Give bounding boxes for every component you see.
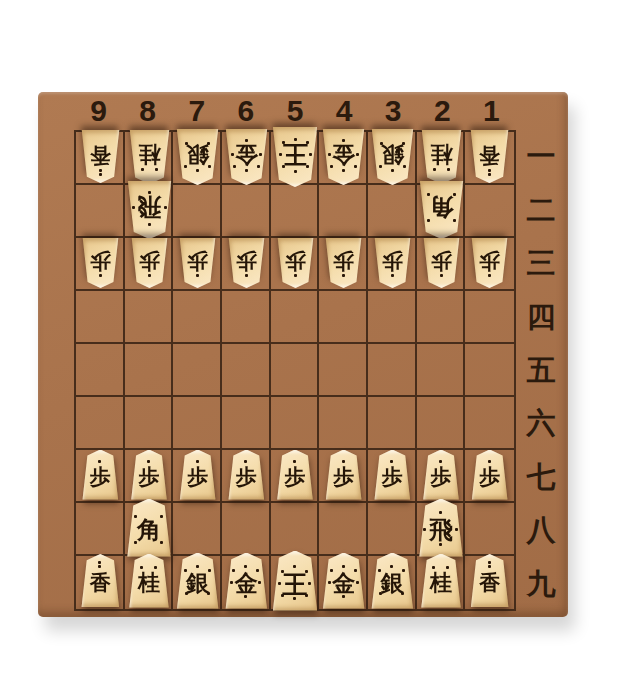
board-cell[interactable] [222, 344, 271, 397]
piece-kanji: 歩 [423, 467, 460, 488]
piece-body: 飛 [419, 499, 464, 557]
board-cell[interactable] [222, 397, 271, 450]
board-cell[interactable] [173, 291, 222, 344]
shogi-piece[interactable]: 飛 [419, 499, 464, 557]
board-cell[interactable] [465, 397, 514, 450]
shogi-piece[interactable]: 桂 [421, 554, 462, 608]
rank-label: 三 [516, 237, 566, 290]
piece-kanji: 歩 [131, 467, 168, 488]
board-cell[interactable] [465, 185, 514, 238]
board-cell[interactable] [125, 397, 174, 450]
piece-body: 香 [81, 130, 120, 183]
shogi-board-panel: 987654321 一二三四五六七八九 香桂銀金王金銀桂香飛角歩歩歩歩歩歩歩歩歩… [38, 92, 568, 617]
piece-kanji: 歩 [325, 250, 362, 271]
piece-body: 王 [272, 551, 318, 611]
rank-label: 七 [516, 451, 566, 504]
piece-kanji: 金 [322, 572, 365, 595]
shogi-piece[interactable]: 歩 [228, 238, 265, 288]
piece-kanji: 歩 [325, 467, 362, 488]
board-cell[interactable] [368, 291, 417, 344]
piece-kanji: 歩 [423, 250, 460, 271]
piece-body: 桂 [129, 554, 170, 608]
rank-label: 四 [516, 290, 566, 343]
shogi-piece[interactable]: 香 [81, 554, 120, 607]
shogi-piece[interactable]: 王 [272, 551, 318, 611]
shogi-piece[interactable]: 歩 [423, 450, 460, 500]
shogi-piece[interactable]: 王 [272, 127, 318, 187]
board-cell[interactable] [76, 344, 125, 397]
piece-kanji: 歩 [82, 467, 119, 488]
piece-kanji: 歩 [228, 250, 265, 271]
board-cell[interactable] [368, 397, 417, 450]
board-cell[interactable] [125, 291, 174, 344]
board-cell[interactable] [76, 503, 125, 556]
shogi-piece[interactable]: 金 [225, 553, 268, 609]
shogi-piece[interactable]: 歩 [82, 450, 119, 500]
board-cell[interactable] [319, 291, 368, 344]
shogi-piece[interactable]: 香 [470, 130, 509, 183]
piece-body: 歩 [471, 238, 508, 288]
board-cell[interactable] [319, 397, 368, 450]
piece-kanji: 香 [470, 573, 509, 594]
rank-label: 一 [516, 130, 566, 183]
piece-body: 歩 [325, 238, 362, 288]
piece-kanji: 歩 [374, 467, 411, 488]
shogi-piece[interactable]: 歩 [471, 238, 508, 288]
piece-body: 歩 [179, 238, 216, 288]
piece-body: 香 [81, 554, 120, 607]
shogi-piece[interactable]: 銀 [176, 129, 219, 185]
piece-body: 歩 [82, 450, 119, 500]
shogi-piece[interactable]: 金 [225, 129, 268, 185]
piece-kanji: 銀 [176, 572, 219, 595]
shogi-piece[interactable]: 歩 [471, 450, 508, 500]
board-cell[interactable] [319, 185, 368, 238]
piece-body: 歩 [179, 450, 216, 500]
piece-body: 歩 [423, 450, 460, 500]
piece-kanji: 飛 [127, 195, 172, 219]
piece-body: 桂 [421, 554, 462, 608]
piece-kanji: 歩 [228, 467, 265, 488]
piece-kanji: 金 [322, 142, 365, 165]
piece-kanji: 銀 [371, 572, 414, 595]
piece-kanji: 歩 [82, 250, 119, 271]
piece-body: 歩 [228, 450, 265, 500]
piece-kanji: 王 [272, 141, 318, 166]
piece-body: 角 [127, 499, 172, 557]
rank-label: 九 [516, 558, 566, 611]
board-cell[interactable] [173, 185, 222, 238]
board-cell[interactable] [417, 344, 466, 397]
piece-kanji: 歩 [131, 250, 168, 271]
file-labels: 987654321 [74, 93, 516, 129]
piece-body: 歩 [471, 450, 508, 500]
piece-kanji: 歩 [179, 467, 216, 488]
board-cell[interactable] [417, 397, 466, 450]
board-cell[interactable] [222, 185, 271, 238]
piece-kanji: 銀 [371, 142, 414, 165]
piece-kanji: 歩 [277, 250, 314, 271]
board-cell[interactable] [368, 503, 417, 556]
board-cell[interactable] [173, 397, 222, 450]
board-cell[interactable] [222, 291, 271, 344]
piece-body: 歩 [325, 450, 362, 500]
shogi-piece[interactable]: 桂 [129, 554, 170, 608]
rank-label: 六 [516, 397, 566, 450]
board-cell[interactable] [76, 185, 125, 238]
shogi-piece[interactable]: 香 [81, 130, 120, 183]
file-label: 8 [123, 93, 172, 129]
piece-kanji: 香 [470, 143, 509, 164]
board-cell[interactable] [222, 503, 271, 556]
shogi-piece[interactable]: 金 [322, 129, 365, 185]
piece-kanji: 王 [272, 571, 318, 596]
board-cell[interactable] [465, 503, 514, 556]
board-cell[interactable] [173, 344, 222, 397]
piece-kanji: 金 [225, 572, 268, 595]
board-cell[interactable] [465, 291, 514, 344]
piece-body: 歩 [374, 238, 411, 288]
board-cell[interactable] [271, 185, 320, 238]
shogi-piece[interactable]: 歩 [277, 450, 314, 500]
piece-kanji: 桂 [129, 572, 170, 594]
piece-body: 歩 [374, 450, 411, 500]
shogi-piece[interactable]: 銀 [371, 553, 414, 609]
piece-body: 歩 [228, 238, 265, 288]
piece-body: 香 [470, 130, 509, 183]
shogi-piece[interactable]: 歩 [228, 450, 265, 500]
board-cell[interactable] [76, 291, 125, 344]
piece-kanji: 桂 [421, 143, 462, 165]
piece-body: 銀 [176, 129, 219, 185]
shogi-piece[interactable]: 歩 [179, 450, 216, 500]
piece-body: 香 [470, 554, 509, 607]
shogi-piece[interactable]: 銀 [176, 553, 219, 609]
piece-kanji: 歩 [374, 250, 411, 271]
piece-kanji: 銀 [176, 142, 219, 165]
board-cell[interactable] [465, 344, 514, 397]
shogi-piece[interactable]: 歩 [325, 450, 362, 500]
piece-body: 金 [225, 553, 268, 609]
piece-kanji: 飛 [419, 518, 464, 542]
board-cell[interactable] [368, 185, 417, 238]
shogi-piece[interactable]: 歩 [82, 238, 119, 288]
board-cell[interactable] [271, 291, 320, 344]
piece-body: 銀 [371, 553, 414, 609]
shogi-piece[interactable]: 歩 [179, 238, 216, 288]
board-cell[interactable] [125, 344, 174, 397]
shogi-piece[interactable]: 銀 [371, 129, 414, 185]
shogi-scene: 987654321 一二三四五六七八九 香桂銀金王金銀桂香飛角歩歩歩歩歩歩歩歩歩… [0, 0, 628, 700]
piece-kanji: 角 [127, 518, 172, 542]
file-label: 3 [369, 93, 418, 129]
shogi-piece[interactable]: 香 [470, 554, 509, 607]
piece-body: 金 [322, 129, 365, 185]
piece-kanji: 歩 [179, 250, 216, 271]
shogi-piece[interactable]: 歩 [374, 450, 411, 500]
piece-kanji: 歩 [277, 467, 314, 488]
file-label: 7 [172, 93, 221, 129]
piece-kanji: 桂 [129, 143, 170, 165]
rank-labels: 一二三四五六七八九 [516, 130, 566, 611]
piece-kanji: 香 [81, 573, 120, 594]
rank-label: 八 [516, 504, 566, 557]
piece-kanji: 香 [81, 143, 120, 164]
piece-body: 金 [225, 129, 268, 185]
shogi-piece[interactable]: 歩 [131, 450, 168, 500]
file-label: 1 [467, 93, 516, 129]
piece-kanji: 歩 [471, 467, 508, 488]
piece-body: 歩 [131, 450, 168, 500]
shogi-piece[interactable]: 金 [322, 553, 365, 609]
board-cell[interactable] [417, 291, 466, 344]
board-cell[interactable] [271, 344, 320, 397]
file-label: 4 [320, 93, 369, 129]
file-label: 2 [418, 93, 467, 129]
file-label: 9 [74, 93, 123, 129]
piece-body: 銀 [176, 553, 219, 609]
board-cell[interactable] [271, 503, 320, 556]
board-cell[interactable] [271, 397, 320, 450]
file-label: 6 [221, 93, 270, 129]
piece-body: 歩 [277, 450, 314, 500]
file-label: 5 [270, 93, 319, 129]
piece-kanji: 角 [419, 195, 464, 219]
piece-body: 歩 [82, 238, 119, 288]
board-cell[interactable] [76, 397, 125, 450]
rank-label: 五 [516, 344, 566, 397]
piece-kanji: 金 [225, 142, 268, 165]
piece-body: 銀 [371, 129, 414, 185]
piece-kanji: 歩 [471, 250, 508, 271]
shogi-piece[interactable]: 歩 [325, 238, 362, 288]
board-cell[interactable] [368, 344, 417, 397]
piece-body: 王 [272, 127, 318, 187]
board-cell[interactable] [319, 344, 368, 397]
board-cell[interactable] [319, 503, 368, 556]
board-cell[interactable] [173, 503, 222, 556]
piece-body: 金 [322, 553, 365, 609]
piece-kanji: 桂 [421, 572, 462, 594]
shogi-piece[interactable]: 歩 [374, 238, 411, 288]
shogi-piece[interactable]: 角 [127, 499, 172, 557]
rank-label: 二 [516, 183, 566, 236]
